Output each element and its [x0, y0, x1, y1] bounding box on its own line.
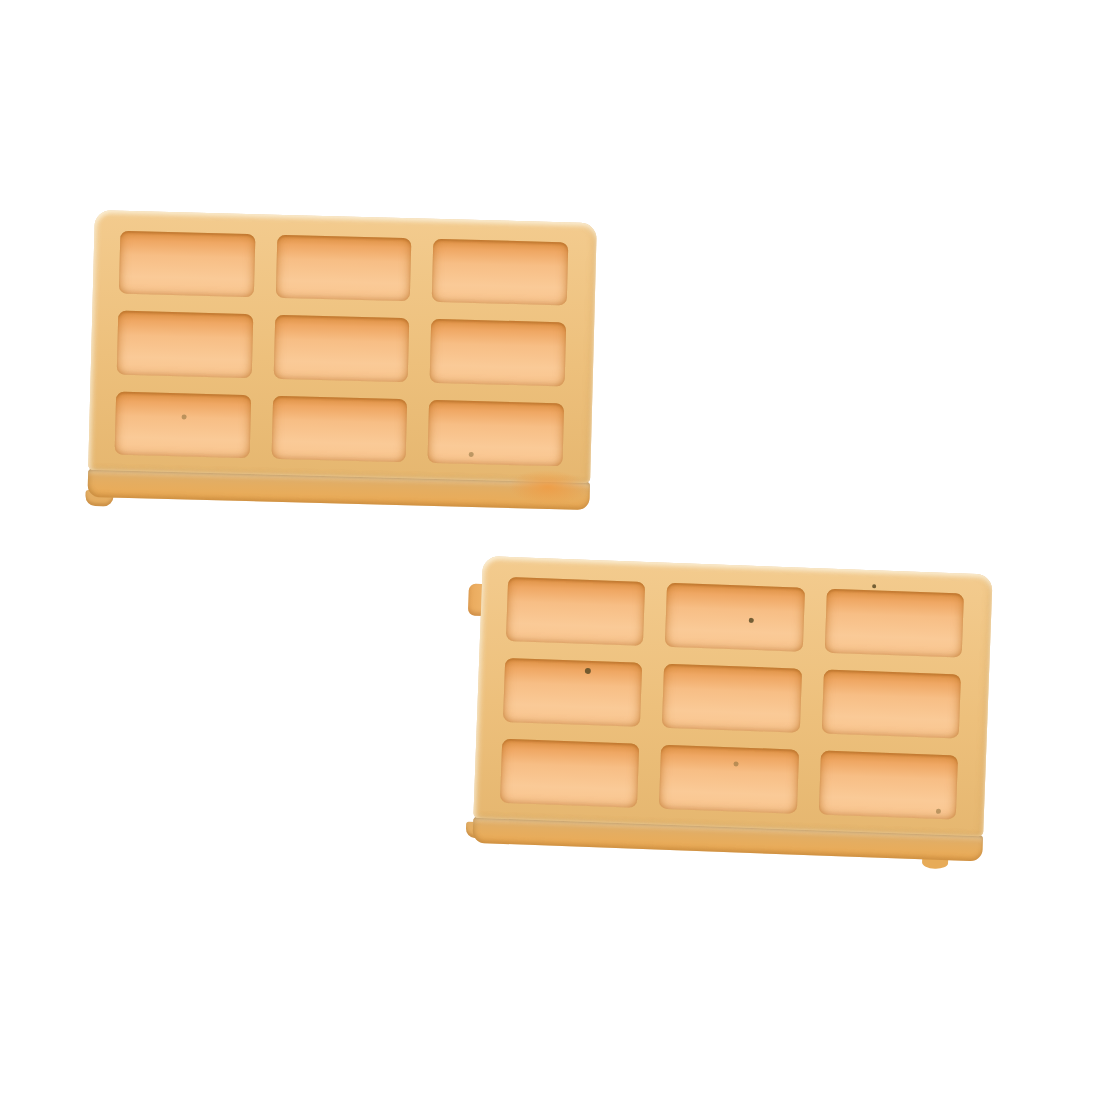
- waffle-bottom-right-pocket-r3-c1: [500, 739, 640, 808]
- photo-canvas: [0, 0, 1100, 1100]
- waffle-top-left-pocket-r1-c3: [432, 239, 568, 306]
- waffle-top-left-pocket-r2-c2: [273, 315, 409, 382]
- waffle-bottom-right-pocket-r1-c2: [665, 583, 805, 652]
- waffle-top-left-pocket-r3-c1: [115, 391, 251, 458]
- waffle-top-left-pocket-r1-c1: [119, 231, 255, 298]
- waffle-top-left-pocket-r3-c2: [271, 395, 407, 462]
- waffle-bottom-right-pocket-r3-c2: [659, 745, 799, 814]
- waffle-top-left-pocket-r2-c1: [117, 311, 253, 378]
- waffle-top-left-top-face: [88, 210, 597, 483]
- waffle-top-left-speck-faint: [469, 452, 474, 457]
- waffle-top-left-pocket-r2-c3: [430, 319, 566, 386]
- waffle-bottom-right-pocket-r1-c1: [506, 577, 646, 646]
- waffle-bottom-right-pocket-r2-c1: [503, 658, 643, 727]
- waffle-top-left-pocket-r1-c2: [275, 235, 411, 302]
- waffle-top-left-speck-faint: [182, 414, 187, 419]
- waffle-bottom-right-pocket-r2-c3: [821, 670, 961, 739]
- waffle-bottom-right: [472, 556, 992, 862]
- waffle-bottom-right-top-face: [473, 556, 992, 837]
- waffle-top-left-smear: [507, 469, 588, 505]
- waffle-bottom-right-pocket-r1-c3: [824, 589, 964, 658]
- waffle-top-left: [87, 210, 596, 511]
- waffle-top-left-pocket-r3-c3: [428, 399, 564, 466]
- waffle-bottom-right-pocket-r2-c2: [662, 664, 802, 733]
